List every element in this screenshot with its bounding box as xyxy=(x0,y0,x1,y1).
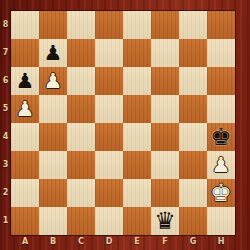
square-a2[interactable] xyxy=(11,179,39,207)
square-g1[interactable] xyxy=(179,207,207,235)
square-h3[interactable]: ♟ xyxy=(207,151,235,179)
square-a3[interactable] xyxy=(11,151,39,179)
square-c4[interactable] xyxy=(67,123,95,151)
square-e7[interactable] xyxy=(123,39,151,67)
file-label-B: B xyxy=(39,235,67,250)
square-b3[interactable] xyxy=(39,151,67,179)
square-c1[interactable] xyxy=(67,207,95,235)
square-c5[interactable] xyxy=(67,95,95,123)
file-label-G: G xyxy=(179,235,207,250)
white-pawn-h3[interactable]: ♟ xyxy=(207,151,235,179)
square-c2[interactable] xyxy=(67,179,95,207)
square-c8[interactable] xyxy=(67,11,95,39)
square-b4[interactable] xyxy=(39,123,67,151)
square-d4[interactable] xyxy=(95,123,123,151)
square-a7[interactable] xyxy=(11,39,39,67)
square-e3[interactable] xyxy=(123,151,151,179)
square-f6[interactable] xyxy=(151,67,179,95)
square-h4[interactable]: ♚ xyxy=(207,123,235,151)
square-g6[interactable] xyxy=(179,67,207,95)
square-d5[interactable] xyxy=(95,95,123,123)
rank-label-5: 5 xyxy=(0,95,11,123)
square-f3[interactable] xyxy=(151,151,179,179)
square-a5[interactable]: ♟ xyxy=(11,95,39,123)
square-g8[interactable] xyxy=(179,11,207,39)
square-e6[interactable] xyxy=(123,67,151,95)
square-f1[interactable]: ♛ xyxy=(151,207,179,235)
square-c6[interactable] xyxy=(67,67,95,95)
square-g7[interactable] xyxy=(179,39,207,67)
square-g2[interactable] xyxy=(179,179,207,207)
chessboard: ♟♟♟♟♚♟♚♛ xyxy=(11,11,235,235)
square-b2[interactable] xyxy=(39,179,67,207)
square-g5[interactable] xyxy=(179,95,207,123)
square-a8[interactable] xyxy=(11,11,39,39)
square-e8[interactable] xyxy=(123,11,151,39)
square-d2[interactable] xyxy=(95,179,123,207)
square-b1[interactable] xyxy=(39,207,67,235)
square-h7[interactable] xyxy=(207,39,235,67)
rank-label-1: 1 xyxy=(0,207,11,235)
square-d8[interactable] xyxy=(95,11,123,39)
file-label-D: D xyxy=(95,235,123,250)
square-e1[interactable] xyxy=(123,207,151,235)
file-label-A: A xyxy=(11,235,39,250)
square-h6[interactable] xyxy=(207,67,235,95)
square-e2[interactable] xyxy=(123,179,151,207)
file-label-C: C xyxy=(67,235,95,250)
black-pawn-a6[interactable]: ♟ xyxy=(11,67,39,95)
square-e4[interactable] xyxy=(123,123,151,151)
file-label-F: F xyxy=(151,235,179,250)
square-d3[interactable] xyxy=(95,151,123,179)
square-f4[interactable] xyxy=(151,123,179,151)
square-c7[interactable] xyxy=(67,39,95,67)
square-h8[interactable] xyxy=(207,11,235,39)
black-pawn-b7[interactable]: ♟ xyxy=(39,39,67,67)
square-b5[interactable] xyxy=(39,95,67,123)
square-g3[interactable] xyxy=(179,151,207,179)
square-h2[interactable]: ♚ xyxy=(207,179,235,207)
square-b8[interactable] xyxy=(39,11,67,39)
black-king-h4[interactable]: ♚ xyxy=(207,123,235,151)
rank-label-8: 8 xyxy=(0,11,11,39)
rank-label-4: 4 xyxy=(0,123,11,151)
square-d1[interactable] xyxy=(95,207,123,235)
square-a4[interactable] xyxy=(11,123,39,151)
square-b7[interactable]: ♟ xyxy=(39,39,67,67)
square-h5[interactable] xyxy=(207,95,235,123)
square-b6[interactable]: ♟ xyxy=(39,67,67,95)
square-g4[interactable] xyxy=(179,123,207,151)
white-pawn-a5[interactable]: ♟ xyxy=(11,95,39,123)
rank-label-6: 6 xyxy=(0,67,11,95)
square-h1[interactable] xyxy=(207,207,235,235)
rank-label-3: 3 xyxy=(0,151,11,179)
rank-label-7: 7 xyxy=(0,39,11,67)
square-f2[interactable] xyxy=(151,179,179,207)
square-f5[interactable] xyxy=(151,95,179,123)
chessboard-frame: ♟♟♟♟♚♟♚♛ 87654321ABCDEFGH xyxy=(0,0,250,250)
square-f8[interactable] xyxy=(151,11,179,39)
rank-label-2: 2 xyxy=(0,179,11,207)
square-c3[interactable] xyxy=(67,151,95,179)
square-a1[interactable] xyxy=(11,207,39,235)
square-a6[interactable]: ♟ xyxy=(11,67,39,95)
file-label-E: E xyxy=(123,235,151,250)
square-e5[interactable] xyxy=(123,95,151,123)
square-f7[interactable] xyxy=(151,39,179,67)
square-d6[interactable] xyxy=(95,67,123,95)
file-label-H: H xyxy=(207,235,235,250)
black-queen-f1[interactable]: ♛ xyxy=(151,207,179,235)
white-pawn-b6[interactable]: ♟ xyxy=(39,67,67,95)
white-king-h2[interactable]: ♚ xyxy=(207,179,235,207)
square-d7[interactable] xyxy=(95,39,123,67)
